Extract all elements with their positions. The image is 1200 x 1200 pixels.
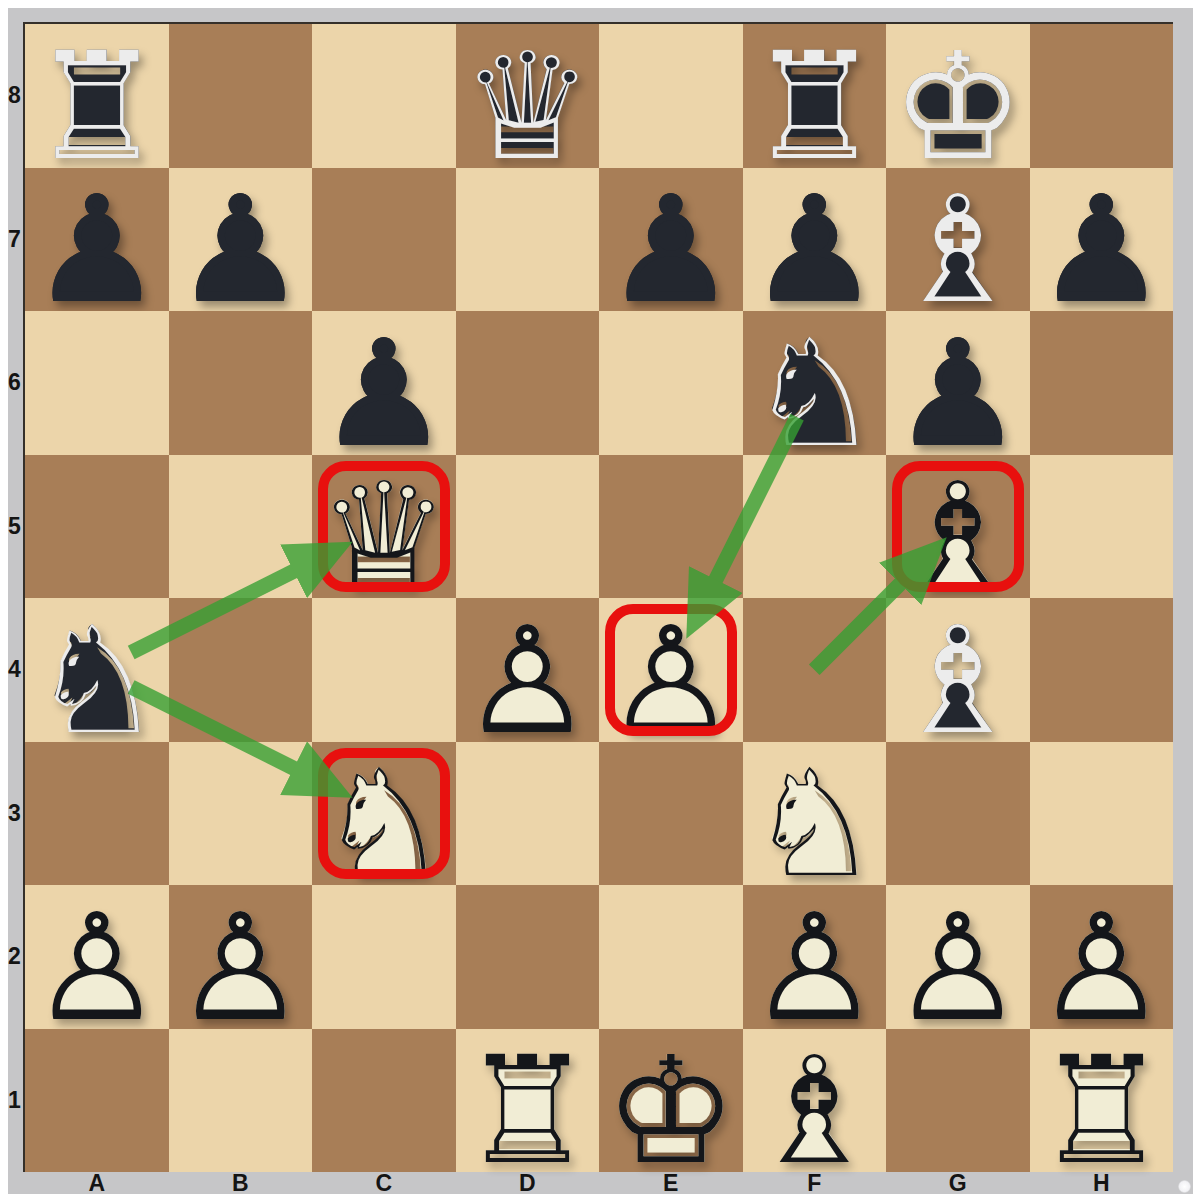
square-d7[interactable] bbox=[456, 168, 600, 312]
square-f8[interactable]: ♜♖ bbox=[743, 24, 887, 168]
black-pawn[interactable]: ♟♙ bbox=[599, 168, 743, 312]
black-pawn[interactable]: ♟♙ bbox=[1030, 168, 1174, 312]
black-rook[interactable]: ♜♖ bbox=[743, 24, 887, 168]
square-h4[interactable] bbox=[1030, 598, 1174, 742]
square-a3[interactable] bbox=[25, 742, 169, 886]
square-b4[interactable] bbox=[169, 598, 313, 742]
piece-glyph-outline: ♙ bbox=[599, 179, 743, 323]
square-g8[interactable]: ♚♔ bbox=[886, 24, 1030, 168]
black-king[interactable]: ♚♔ bbox=[886, 24, 1030, 168]
square-b3[interactable] bbox=[169, 742, 313, 886]
piece-glyph-outline: ♙ bbox=[599, 609, 743, 753]
square-h6[interactable] bbox=[1030, 311, 1174, 455]
white-rook[interactable]: ♜♖ bbox=[456, 1029, 600, 1173]
piece-glyph-outline: ♙ bbox=[456, 609, 600, 753]
square-e4[interactable]: ♟♙ bbox=[599, 598, 743, 742]
piece-glyph-outline: ♖ bbox=[1030, 1040, 1174, 1184]
white-pawn[interactable]: ♟♙ bbox=[456, 598, 600, 742]
piece-glyph-outline: ♙ bbox=[886, 896, 1030, 1040]
white-pawn[interactable]: ♟♙ bbox=[1030, 885, 1174, 1029]
piece-glyph-outline: ♖ bbox=[25, 35, 169, 179]
white-rook[interactable]: ♜♖ bbox=[1030, 1029, 1174, 1173]
square-c3[interactable]: ♞♘ bbox=[312, 742, 456, 886]
white-bishop[interactable]: ♝♗ bbox=[743, 1029, 887, 1173]
square-b8[interactable] bbox=[169, 24, 313, 168]
piece-glyph-outline: ♗ bbox=[886, 179, 1030, 323]
piece-glyph-outline: ♙ bbox=[169, 896, 313, 1040]
rank-label-6: 6 bbox=[6, 311, 23, 455]
square-a5[interactable] bbox=[25, 455, 169, 599]
white-knight[interactable]: ♞♘ bbox=[312, 742, 456, 886]
white-queen[interactable]: ♛♕ bbox=[312, 455, 456, 599]
square-f3[interactable]: ♞♘ bbox=[743, 742, 887, 886]
square-g7[interactable]: ♝♗ bbox=[886, 168, 1030, 312]
square-b6[interactable] bbox=[169, 311, 313, 455]
black-pawn[interactable]: ♟♙ bbox=[25, 168, 169, 312]
piece-glyph-outline: ♙ bbox=[886, 322, 1030, 466]
square-d1[interactable]: ♜♖ bbox=[456, 1029, 600, 1173]
rank-label-3: 3 bbox=[6, 742, 23, 886]
black-queen[interactable]: ♛♕ bbox=[456, 24, 600, 168]
piece-glyph-outline: ♕ bbox=[456, 35, 600, 179]
white-pawn[interactable]: ♟♙ bbox=[886, 885, 1030, 1029]
piece-glyph-outline: ♙ bbox=[1030, 896, 1174, 1040]
square-a7[interactable]: ♟♙ bbox=[25, 168, 169, 312]
chess-board-screenshot: 87654321 ABCDEFGH ♜♖♛♕♜♖♚♔♟♙♟♙♟♙♟♙♝♗♟♙♟♙… bbox=[0, 0, 1200, 1200]
square-f7[interactable]: ♟♙ bbox=[743, 168, 887, 312]
square-b2[interactable]: ♟♙ bbox=[169, 885, 313, 1029]
square-d2[interactable] bbox=[456, 885, 600, 1029]
square-d8[interactable]: ♛♕ bbox=[456, 24, 600, 168]
piece-glyph-outline: ♙ bbox=[25, 179, 169, 323]
file-label-c: C bbox=[312, 1172, 456, 1195]
black-bishop[interactable]: ♝♗ bbox=[886, 168, 1030, 312]
square-b1[interactable] bbox=[169, 1029, 313, 1173]
square-g4[interactable]: ♝♗ bbox=[886, 598, 1030, 742]
black-pawn[interactable]: ♟♙ bbox=[312, 311, 456, 455]
square-a6[interactable] bbox=[25, 311, 169, 455]
square-c2[interactable] bbox=[312, 885, 456, 1029]
corner-dot bbox=[1178, 1180, 1191, 1193]
piece-glyph-outline: ♗ bbox=[886, 466, 1030, 610]
black-knight[interactable]: ♞♘ bbox=[743, 311, 887, 455]
square-g5[interactable]: ♝♗ bbox=[886, 455, 1030, 599]
piece-glyph-outline: ♘ bbox=[25, 609, 169, 753]
square-e8[interactable] bbox=[599, 24, 743, 168]
square-a4[interactable]: ♞♘ bbox=[25, 598, 169, 742]
rank-label-1: 1 bbox=[6, 1029, 23, 1173]
square-h1[interactable]: ♜♖ bbox=[1030, 1029, 1174, 1173]
piece-glyph-outline: ♙ bbox=[743, 896, 887, 1040]
piece-glyph-outline: ♘ bbox=[743, 322, 887, 466]
square-f5[interactable] bbox=[743, 455, 887, 599]
black-pawn[interactable]: ♟♙ bbox=[743, 168, 887, 312]
square-c5[interactable]: ♛♕ bbox=[312, 455, 456, 599]
square-g3[interactable] bbox=[886, 742, 1030, 886]
square-f4[interactable] bbox=[743, 598, 887, 742]
piece-glyph-outline: ♖ bbox=[456, 1040, 600, 1184]
black-rook[interactable]: ♜♖ bbox=[25, 24, 169, 168]
square-h7[interactable]: ♟♙ bbox=[1030, 168, 1174, 312]
square-e7[interactable]: ♟♙ bbox=[599, 168, 743, 312]
rank-label-2: 2 bbox=[6, 885, 23, 1029]
black-pawn[interactable]: ♟♙ bbox=[169, 168, 313, 312]
chess-board: ♜♖♛♕♜♖♚♔♟♙♟♙♟♙♟♙♝♗♟♙♟♙♞♘♟♙♛♕♝♗♞♘♟♙♟♙♝♗♞♘… bbox=[23, 22, 1173, 1172]
piece-glyph-outline: ♙ bbox=[312, 322, 456, 466]
square-c4[interactable] bbox=[312, 598, 456, 742]
file-label-b: B bbox=[169, 1172, 313, 1195]
square-d4[interactable]: ♟♙ bbox=[456, 598, 600, 742]
square-g2[interactable]: ♟♙ bbox=[886, 885, 1030, 1029]
rank-label-4: 4 bbox=[6, 598, 23, 742]
rank-label-8: 8 bbox=[6, 24, 23, 168]
square-d5[interactable] bbox=[456, 455, 600, 599]
piece-glyph-outline: ♔ bbox=[886, 35, 1030, 179]
piece-glyph-outline: ♙ bbox=[743, 179, 887, 323]
file-label-a: A bbox=[25, 1172, 169, 1195]
square-c1[interactable] bbox=[312, 1029, 456, 1173]
square-a1[interactable] bbox=[25, 1029, 169, 1173]
piece-glyph-outline: ♙ bbox=[169, 179, 313, 323]
white-pawn[interactable]: ♟♙ bbox=[169, 885, 313, 1029]
square-h5[interactable] bbox=[1030, 455, 1174, 599]
square-d6[interactable] bbox=[456, 311, 600, 455]
square-a8[interactable]: ♜♖ bbox=[25, 24, 169, 168]
square-c7[interactable] bbox=[312, 168, 456, 312]
piece-glyph-outline: ♙ bbox=[25, 896, 169, 1040]
black-bishop[interactable]: ♝♗ bbox=[886, 598, 1030, 742]
white-king[interactable]: ♚♔ bbox=[599, 1029, 743, 1173]
square-b5[interactable] bbox=[169, 455, 313, 599]
square-e3[interactable] bbox=[599, 742, 743, 886]
square-c6[interactable]: ♟♙ bbox=[312, 311, 456, 455]
white-pawn[interactable]: ♟♙ bbox=[25, 885, 169, 1029]
piece-glyph-outline: ♘ bbox=[743, 753, 887, 897]
white-pawn[interactable]: ♟♙ bbox=[599, 598, 743, 742]
square-f2[interactable]: ♟♙ bbox=[743, 885, 887, 1029]
square-f6[interactable]: ♞♘ bbox=[743, 311, 887, 455]
square-g6[interactable]: ♟♙ bbox=[886, 311, 1030, 455]
black-knight[interactable]: ♞♘ bbox=[25, 598, 169, 742]
piece-glyph-outline: ♗ bbox=[886, 609, 1030, 753]
white-bishop[interactable]: ♝♗ bbox=[886, 455, 1030, 599]
black-pawn[interactable]: ♟♙ bbox=[886, 311, 1030, 455]
square-e5[interactable] bbox=[599, 455, 743, 599]
piece-glyph-outline: ♖ bbox=[743, 35, 887, 179]
piece-glyph-outline: ♙ bbox=[1030, 179, 1174, 323]
piece-glyph-outline: ♗ bbox=[743, 1040, 887, 1184]
square-c8[interactable] bbox=[312, 24, 456, 168]
square-e6[interactable] bbox=[599, 311, 743, 455]
square-d3[interactable] bbox=[456, 742, 600, 886]
file-label-g: G bbox=[886, 1172, 1030, 1195]
rank-label-7: 7 bbox=[6, 168, 23, 312]
rank-label-5: 5 bbox=[6, 455, 23, 599]
square-e1[interactable]: ♚♔ bbox=[599, 1029, 743, 1173]
piece-glyph-outline: ♕ bbox=[312, 466, 456, 610]
piece-glyph-outline: ♔ bbox=[599, 1040, 743, 1184]
square-f1[interactable]: ♝♗ bbox=[743, 1029, 887, 1173]
square-h3[interactable] bbox=[1030, 742, 1174, 886]
square-e2[interactable] bbox=[599, 885, 743, 1029]
white-pawn[interactable]: ♟♙ bbox=[743, 885, 887, 1029]
board-squares: ♜♖♛♕♜♖♚♔♟♙♟♙♟♙♟♙♝♗♟♙♟♙♞♘♟♙♛♕♝♗♞♘♟♙♟♙♝♗♞♘… bbox=[25, 24, 1173, 1172]
rank-labels: 87654321 bbox=[6, 24, 23, 1172]
square-g1[interactable] bbox=[886, 1029, 1030, 1173]
piece-glyph-outline: ♘ bbox=[312, 753, 456, 897]
square-h2[interactable]: ♟♙ bbox=[1030, 885, 1174, 1029]
square-b7[interactable]: ♟♙ bbox=[169, 168, 313, 312]
square-a2[interactable]: ♟♙ bbox=[25, 885, 169, 1029]
white-knight[interactable]: ♞♘ bbox=[743, 742, 887, 886]
square-h8[interactable] bbox=[1030, 24, 1174, 168]
